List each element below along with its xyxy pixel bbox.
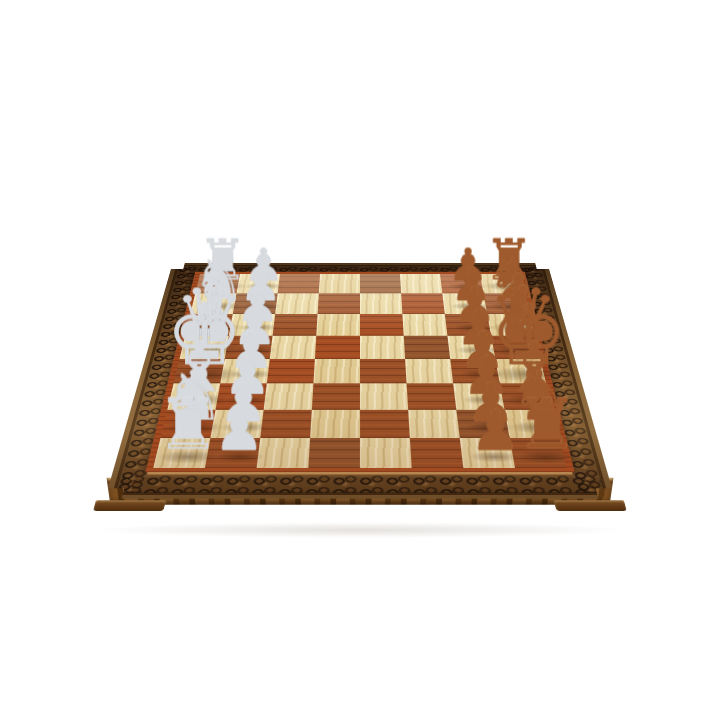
white-rook-glyph: ♜ <box>117 389 258 460</box>
carved-border-near <box>116 476 604 493</box>
board-foot-left <box>93 500 166 511</box>
board-foot-right <box>553 500 626 511</box>
chess-board: ♜♜♟♟♞♞♟♟♝♝♟♟♛♛♟♟♚♚♟♟♝♝♟♟♞♞♟♟♜♜♟♟ <box>105 263 615 498</box>
inlay-panel-edge <box>147 472 573 475</box>
black-rook-glyph: ♜ <box>476 389 617 460</box>
chess-scene: ♜♜♟♟♞♞♟♟♝♝♟♟♛♛♟♟♚♚♟♟♝♝♟♟♞♞♟♟♜♜♟♟ <box>0 0 720 720</box>
pieces-layer: ♜♜♟♟♞♞♟♟♝♝♟♟♛♛♟♟♚♚♟♟♝♝♟♟♞♞♟♟♜♜♟♟ <box>159 276 575 472</box>
board-shadow <box>90 522 630 538</box>
product-photo-background: ♜♜♟♟♞♞♟♟♝♝♟♟♛♛♟♟♚♚♟♟♝♝♟♟♞♞♟♟♜♜♟♟ <box>0 0 720 720</box>
